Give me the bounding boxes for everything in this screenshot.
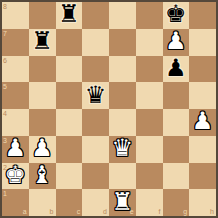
square-g2[interactable]: [163, 163, 190, 190]
piece-white-pawn[interactable]: ♟: [31, 136, 53, 160]
square-e3[interactable]: ♛: [109, 136, 136, 163]
square-h8[interactable]: [189, 2, 216, 29]
square-b7[interactable]: ♜: [29, 29, 56, 56]
square-f8[interactable]: [136, 2, 163, 29]
piece-white-rook[interactable]: ♜: [112, 190, 134, 214]
square-c6[interactable]: [56, 56, 83, 83]
piece-black-king[interactable]: ♚: [165, 2, 187, 26]
square-a4[interactable]: 4: [2, 109, 29, 136]
piece-black-rook[interactable]: ♜: [58, 2, 80, 26]
file-label: g: [183, 208, 187, 215]
rank-label: 5: [3, 83, 7, 90]
square-h3[interactable]: [189, 136, 216, 163]
square-g7[interactable]: ♟: [163, 29, 190, 56]
square-b8[interactable]: [29, 2, 56, 29]
chessboard: 8♜♚7♜♟6♟5♛4♟3♟♟♛2♚♝1abcde♜fgh: [2, 2, 216, 216]
square-c1[interactable]: c: [56, 189, 83, 216]
piece-white-pawn[interactable]: ♟: [165, 29, 187, 53]
square-f1[interactable]: f: [136, 189, 163, 216]
square-g6[interactable]: ♟: [163, 56, 190, 83]
file-label: h: [210, 208, 214, 215]
square-h4[interactable]: ♟: [189, 109, 216, 136]
square-b3[interactable]: ♟: [29, 136, 56, 163]
rank-label: 8: [3, 3, 7, 10]
square-g3[interactable]: [163, 136, 190, 163]
file-label: c: [77, 208, 81, 215]
piece-white-bishop[interactable]: ♝: [31, 163, 53, 187]
piece-white-pawn[interactable]: ♟: [192, 109, 214, 133]
square-a7[interactable]: 7: [2, 29, 29, 56]
square-e5[interactable]: [109, 82, 136, 109]
file-label: d: [103, 208, 107, 215]
square-f5[interactable]: [136, 82, 163, 109]
square-c7[interactable]: [56, 29, 83, 56]
square-d3[interactable]: [82, 136, 109, 163]
square-d7[interactable]: [82, 29, 109, 56]
square-c3[interactable]: [56, 136, 83, 163]
rank-label: 6: [3, 57, 7, 64]
square-b4[interactable]: [29, 109, 56, 136]
square-g1[interactable]: g: [163, 189, 190, 216]
square-e7[interactable]: [109, 29, 136, 56]
chessboard-frame: 8♜♚7♜♟6♟5♛4♟3♟♟♛2♚♝1abcde♜fgh: [0, 0, 218, 218]
square-d4[interactable]: [82, 109, 109, 136]
file-label: a: [23, 208, 27, 215]
square-d8[interactable]: [82, 2, 109, 29]
square-e4[interactable]: [109, 109, 136, 136]
file-label: b: [50, 208, 54, 215]
square-b2[interactable]: ♝: [29, 163, 56, 190]
square-a5[interactable]: 5: [2, 82, 29, 109]
piece-black-pawn[interactable]: ♟: [165, 56, 187, 80]
square-a2[interactable]: 2♚: [2, 163, 29, 190]
square-f4[interactable]: [136, 109, 163, 136]
square-d6[interactable]: [82, 56, 109, 83]
rank-label: 1: [3, 190, 7, 197]
rank-label: 4: [3, 110, 7, 117]
piece-black-rook[interactable]: ♜: [31, 29, 53, 53]
square-h7[interactable]: [189, 29, 216, 56]
square-a6[interactable]: 6: [2, 56, 29, 83]
rank-label: 7: [3, 30, 7, 37]
square-a8[interactable]: 8: [2, 2, 29, 29]
piece-white-king[interactable]: ♚: [5, 163, 27, 187]
square-e8[interactable]: [109, 2, 136, 29]
square-g8[interactable]: ♚: [163, 2, 190, 29]
piece-white-pawn[interactable]: ♟: [5, 136, 27, 160]
square-d2[interactable]: [82, 163, 109, 190]
square-a3[interactable]: 3♟: [2, 136, 29, 163]
square-e1[interactable]: e♜: [109, 189, 136, 216]
piece-black-queen[interactable]: ♛: [85, 83, 107, 107]
square-a1[interactable]: 1a: [2, 189, 29, 216]
square-d5[interactable]: ♛: [82, 82, 109, 109]
square-b6[interactable]: [29, 56, 56, 83]
square-c2[interactable]: [56, 163, 83, 190]
square-c8[interactable]: ♜: [56, 2, 83, 29]
square-d1[interactable]: d: [82, 189, 109, 216]
square-h1[interactable]: h: [189, 189, 216, 216]
square-c4[interactable]: [56, 109, 83, 136]
square-f2[interactable]: [136, 163, 163, 190]
file-label: f: [159, 208, 161, 215]
square-h2[interactable]: [189, 163, 216, 190]
square-h6[interactable]: [189, 56, 216, 83]
square-c5[interactable]: [56, 82, 83, 109]
square-g5[interactable]: [163, 82, 190, 109]
square-b5[interactable]: [29, 82, 56, 109]
square-f7[interactable]: [136, 29, 163, 56]
square-g4[interactable]: [163, 109, 190, 136]
square-e2[interactable]: [109, 163, 136, 190]
square-f6[interactable]: [136, 56, 163, 83]
square-f3[interactable]: [136, 136, 163, 163]
square-e6[interactable]: [109, 56, 136, 83]
square-h5[interactable]: [189, 82, 216, 109]
square-b1[interactable]: b: [29, 189, 56, 216]
piece-white-queen[interactable]: ♛: [112, 136, 134, 160]
